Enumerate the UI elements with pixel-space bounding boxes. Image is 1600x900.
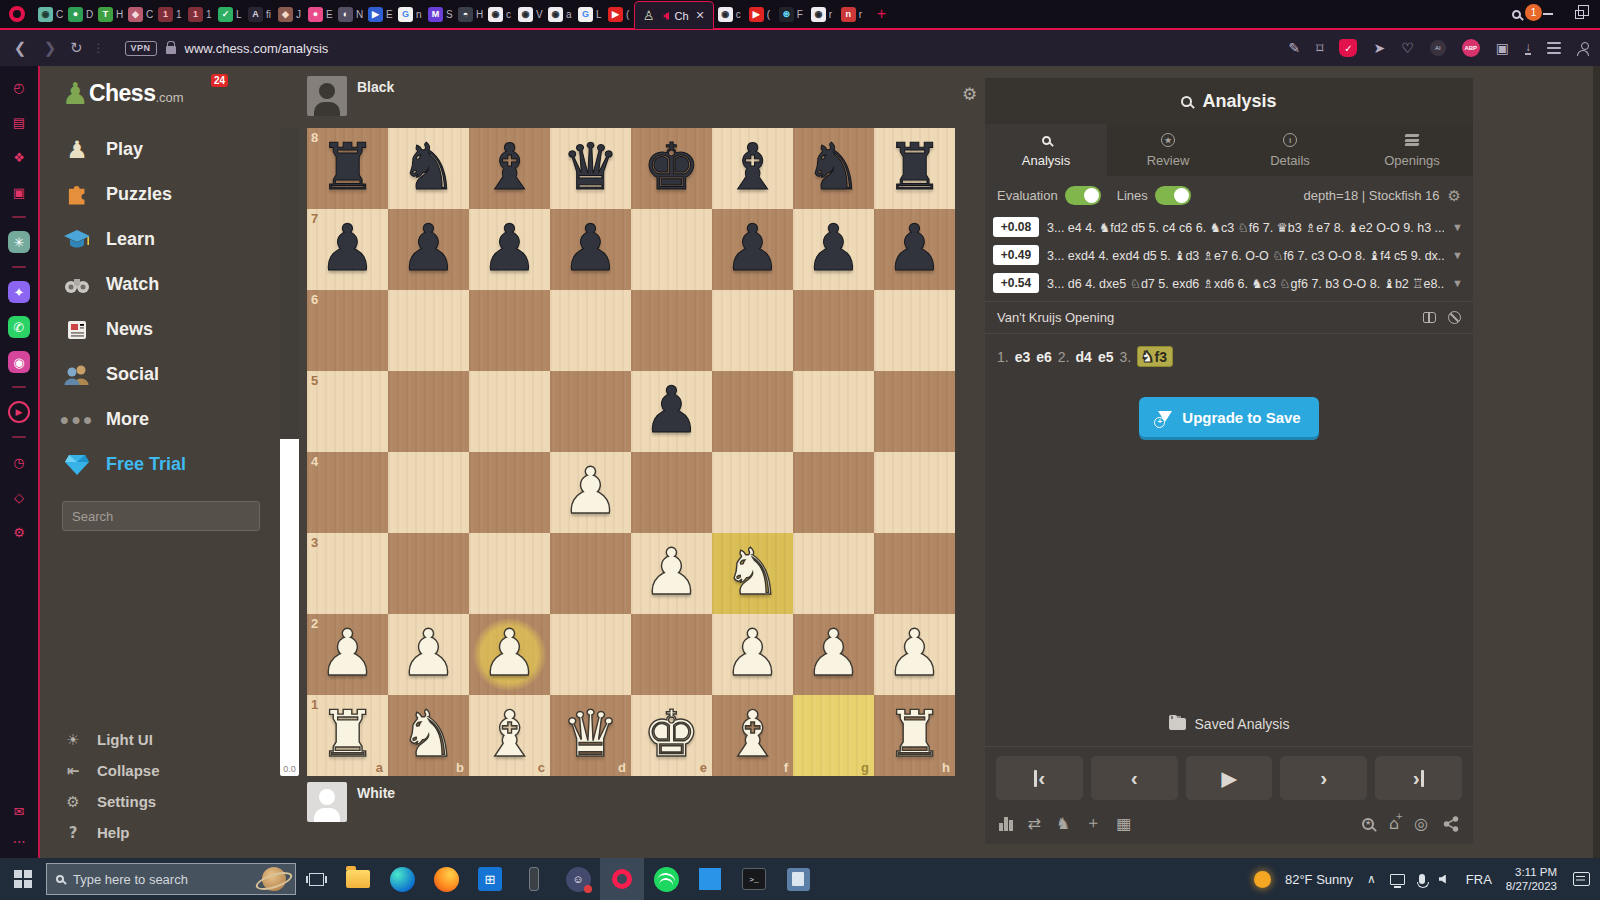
diamond-plus-icon: [1157, 411, 1173, 424]
square-b6[interactable]: [388, 290, 469, 371]
square-g7[interactable]: ♟: [793, 209, 874, 290]
white-pawn-e3[interactable]: ♟: [631, 533, 712, 614]
square-h6[interactable]: [874, 290, 955, 371]
sidebar-item-social[interactable]: Social: [62, 352, 280, 397]
taskbar-app-vscode[interactable]: [688, 858, 732, 900]
messenger-icon[interactable]: ✦: [8, 281, 30, 303]
tab-favicon: ◆: [278, 7, 293, 22]
square-c2[interactable]: ♟: [469, 614, 550, 695]
square-g3[interactable]: [793, 533, 874, 614]
history-clock-icon[interactable]: ◷: [8, 451, 30, 473]
black-king-e8[interactable]: ♚: [631, 128, 712, 209]
browser-tab[interactable]: GL: [574, 0, 604, 28]
opera-sidebar-rail: ◴▤❖▣✳✦✆◉▶◷◇⚙✉⋯: [0, 66, 40, 858]
expand-line-chevron-icon[interactable]: ▼: [1452, 277, 1465, 289]
black-pawn-b7[interactable]: ♟: [388, 209, 469, 290]
square-f3[interactable]: ♞: [712, 533, 793, 614]
volume-icon[interactable]: [1439, 875, 1446, 884]
square-g2[interactable]: ♟: [793, 614, 874, 695]
downloads-icon[interactable]: ↓: [1525, 42, 1531, 55]
url-text[interactable]: www.chess.com/analysis: [185, 41, 329, 56]
square-d5[interactable]: [550, 371, 631, 452]
tab-favicon: ●: [308, 7, 323, 22]
saved-analysis-label: Saved Analysis: [1195, 716, 1290, 732]
square-g4[interactable]: [793, 452, 874, 533]
browser-tab[interactable]: Afi: [244, 0, 274, 28]
panel-tabs: Analysis★ Reviewi Details Openings: [985, 124, 1473, 176]
rank-label: 6: [311, 292, 318, 307]
square-b3[interactable]: [388, 533, 469, 614]
watch-icon: [62, 275, 92, 295]
panel-tab-details[interactable]: i Details: [1229, 124, 1351, 176]
opening-library-icon[interactable]: ⌂: [1389, 814, 1399, 833]
square-h3[interactable]: [874, 533, 955, 614]
sidebar-search-input[interactable]: [62, 501, 260, 531]
add-icon[interactable]: ＋: [1085, 813, 1101, 834]
engine-line-moves[interactable]: 3... exd4 4. exd4 d5 5. ♝d3 ♗e7 6. O-O ♘…: [1047, 248, 1444, 263]
square-f4[interactable]: [712, 452, 793, 533]
pieces-setup-icon[interactable]: ♞: [1056, 814, 1070, 833]
square-c6[interactable]: [469, 290, 550, 371]
browser-tab[interactable]: ▶E: [364, 0, 394, 28]
white-pawn-d4[interactable]: ♟: [550, 452, 631, 533]
browser-tab[interactable]: ⊛F: [775, 0, 807, 28]
engine-settings-gear-icon[interactable]: ⚙: [1448, 187, 1461, 205]
abp-extension-icon[interactable]: ABP: [1462, 39, 1480, 57]
black-rook-a8[interactable]: ♜: [307, 128, 388, 209]
back-button[interactable]: ❮: [10, 39, 30, 57]
knight-figurine-icon: ♞: [1140, 349, 1154, 365]
engine-line-2[interactable]: +0.49 3... exd4 4. exd4 d5 5. ♝d3 ♗e7 6.…: [993, 243, 1465, 267]
taskbar-search-icon: [56, 875, 64, 883]
black-pawn-g7[interactable]: ♟: [793, 209, 874, 290]
opera-o-icon: [9, 6, 25, 22]
sidebar-footer-collapse[interactable]: ⇤ Collapse: [62, 755, 280, 786]
sidebar-footer-lightui[interactable]: ☀ Light UI: [62, 724, 280, 755]
evaluation-toggle-row: Evaluation: [997, 186, 1101, 205]
square-d4[interactable]: ♟: [550, 452, 631, 533]
move[interactable]: e6: [1036, 349, 1052, 365]
square-h4[interactable]: [874, 452, 955, 533]
black-pawn-e5[interactable]: ♟: [631, 371, 712, 452]
bookmark-heart-icon[interactable]: ♡: [1401, 40, 1414, 56]
current-move[interactable]: ♞ f3: [1137, 346, 1173, 367]
tab-favicon: ▶: [749, 7, 764, 22]
flow-send-icon[interactable]: ➤: [1373, 40, 1385, 56]
browser-tab[interactable]: ●D: [64, 0, 94, 28]
forward-button[interactable]: ❯: [40, 39, 60, 57]
black-pawn-a7[interactable]: ♟: [307, 209, 388, 290]
new-tab-button[interactable]: +: [867, 5, 896, 23]
profile-person-icon[interactable]: [1577, 42, 1590, 55]
square-f5[interactable]: [712, 371, 793, 452]
start-button[interactable]: [0, 858, 46, 900]
square-a5[interactable]: 5: [307, 371, 388, 452]
engine-eval-badge: +0.49: [993, 245, 1039, 265]
square-a6[interactable]: 6: [307, 290, 388, 371]
square-d7[interactable]: ♟: [550, 209, 631, 290]
square-c7[interactable]: ♟: [469, 209, 550, 290]
sidebar-item-learn[interactable]: Learn: [62, 217, 280, 262]
square-g1[interactable]: g: [793, 695, 874, 776]
square-f8[interactable]: ♝: [712, 128, 793, 209]
go-forward-button[interactable]: ›: [1280, 756, 1367, 800]
square-f6[interactable]: [712, 290, 793, 371]
rank-label: 7: [311, 211, 318, 226]
opening-book-icon[interactable]: [1423, 312, 1436, 323]
sidebar-item-trial[interactable]: Free Trial: [62, 442, 280, 487]
expand-line-chevron-icon[interactable]: ▼: [1452, 249, 1465, 261]
upgrade-label: Upgrade to Save: [1182, 409, 1300, 426]
game-explorer-icon[interactable]: [1362, 818, 1374, 830]
tray-expand-chevron[interactable]: ∧: [1367, 872, 1376, 886]
board-editor-icon[interactable]: ▦: [1116, 814, 1131, 833]
tab-favicon: ◉: [811, 7, 826, 22]
aria-ai-icon[interactable]: AI: [1430, 40, 1446, 56]
browser-tab[interactable]: ◉r: [807, 0, 837, 28]
square-a3[interactable]: 3: [307, 533, 388, 614]
microphone-icon[interactable]: [1419, 874, 1425, 884]
panel-bottom-icons: ⇄ ♞ ＋ ▦ ⌂ ◎: [985, 809, 1473, 844]
browser-tab[interactable]: ◓H: [454, 0, 484, 28]
black-rook-h8[interactable]: ♜: [874, 128, 955, 209]
black-pawn-d7[interactable]: ♟: [550, 209, 631, 290]
browser-tab[interactable]: ◉V: [514, 0, 544, 28]
square-b5[interactable]: [388, 371, 469, 452]
taskbar-app-store[interactable]: ⊞: [468, 858, 512, 900]
board-settings-gear-icon[interactable]: ⚙: [962, 84, 977, 104]
engine-line-1[interactable]: +0.08 3... e4 4. ♞fd2 d5 5. c4 c6 6. ♞c3…: [993, 215, 1465, 239]
address-bar[interactable]: VPN www.chess.com/analysis: [115, 35, 1279, 61]
footer-item-label: Collapse: [97, 762, 160, 779]
collapse-icon: ⇤: [62, 762, 84, 780]
taskbar-app-edge[interactable]: [380, 858, 424, 900]
taskbar-app-firefox[interactable]: [424, 858, 468, 900]
square-b1[interactable]: b♞: [388, 695, 469, 776]
browser-tab[interactable]: ●E: [304, 0, 334, 28]
square-e2[interactable]: [631, 614, 712, 695]
tab-favicon: 1: [188, 7, 203, 22]
square-c8[interactable]: ♝: [469, 128, 550, 209]
sidebar-item-watch[interactable]: Watch: [62, 262, 280, 307]
logo-pawn-icon: ♟: [62, 81, 89, 107]
panel-tab-openings[interactable]: Openings: [1351, 124, 1473, 176]
more-dots-icon[interactable]: ⋯: [8, 830, 30, 852]
engine-line-3[interactable]: +0.54 3... d6 4. dxe5 ♘d7 5. exd6 ♗xd6 6…: [993, 271, 1465, 295]
taskbar-search-box[interactable]: Type here to search: [46, 863, 296, 895]
taskbar-app-explorer[interactable]: [336, 858, 380, 900]
square-g8[interactable]: ♞: [793, 128, 874, 209]
square-b4[interactable]: [388, 452, 469, 533]
extension-box-icon[interactable]: ▣: [1496, 40, 1509, 56]
engine-line-moves[interactable]: 3... e4 4. ♞fd2 d5 5. c4 c6 6. ♞c3 ♘f6 7…: [1047, 220, 1444, 235]
go-first-button[interactable]: ‹: [996, 756, 1083, 800]
taskbar-apps: ⊞☺>_: [336, 858, 820, 900]
browser-tab[interactable]: MS: [424, 0, 454, 28]
sidebar-item-more[interactable]: ●●● More: [62, 397, 280, 442]
evaluation-bar-white: [280, 439, 299, 776]
bing-saturn-icon[interactable]: [262, 867, 286, 891]
rank-label: 4: [311, 454, 318, 469]
minimize-button[interactable]: [1543, 13, 1553, 15]
mail-panel-icon[interactable]: ✉: [8, 800, 30, 822]
white-pawn-c2[interactable]: ♟: [469, 614, 550, 695]
go-last-button[interactable]: ›: [1375, 756, 1462, 800]
pinboard-icon[interactable]: ✎: [1289, 40, 1301, 56]
adblock-shield-icon[interactable]: ✓: [1339, 39, 1357, 57]
opening-name[interactable]: Van't Kruijs Opening: [997, 310, 1114, 325]
active-tab-chess[interactable]: ♙ Ch ✕: [634, 1, 714, 29]
tab-favicon: ◉: [518, 7, 533, 22]
tab-favicon: ◉: [38, 7, 53, 22]
sidebar-footer: ☀ Light UI⇤ Collapse⚙ Settings? Help: [62, 724, 280, 848]
browser-tab[interactable]: ◐N: [334, 0, 364, 28]
browser-tab[interactable]: ◉c: [484, 0, 514, 28]
play-circle-icon[interactable]: ▶: [8, 401, 30, 423]
black-bishop-c8[interactable]: ♝: [469, 128, 550, 209]
file-label: g: [861, 760, 869, 775]
flip-board-icon[interactable]: ⇄: [1028, 814, 1041, 833]
taskbar-app-spotify[interactable]: [644, 858, 688, 900]
restore-button[interactable]: [1575, 10, 1584, 19]
black-player-name: Black: [357, 79, 394, 95]
whatsapp-icon[interactable]: ✆: [8, 316, 30, 338]
black-pawn-h7[interactable]: ♟: [874, 209, 955, 290]
extensions-box-icon[interactable]: ◇: [8, 486, 30, 508]
black-pawn-f7[interactable]: ♟: [712, 209, 793, 290]
browser-tab[interactable]: ◉a: [544, 0, 574, 28]
taskbar-app-terminal[interactable]: >_: [732, 858, 776, 900]
square-d3[interactable]: [550, 533, 631, 614]
file-label: c: [538, 760, 545, 775]
browser-tab[interactable]: 11: [184, 0, 214, 28]
task-view-button[interactable]: [296, 873, 336, 886]
network-monitor-icon[interactable]: [1390, 874, 1405, 885]
settings-icon: ⚙: [62, 793, 84, 811]
speed-dial-icon[interactable]: ◴: [8, 76, 30, 98]
square-c1[interactable]: c♝: [469, 695, 550, 776]
lock-icon[interactable]: [166, 46, 176, 54]
square-g5[interactable]: [793, 371, 874, 452]
square-h5[interactable]: [874, 371, 955, 452]
square-d8[interactable]: ♛: [550, 128, 631, 209]
browser-tab[interactable]: nr: [837, 0, 867, 28]
sidebar-item-news[interactable]: News: [62, 307, 280, 352]
square-d6[interactable]: [550, 290, 631, 371]
opera-logo[interactable]: [0, 6, 34, 22]
tab-favicon: A: [248, 7, 263, 22]
square-b8[interactable]: ♞: [388, 128, 469, 209]
browser-tab[interactable]: ◉c: [714, 0, 745, 28]
square-d1[interactable]: d♛: [550, 695, 631, 776]
white-bishop-f1[interactable]: ♝: [712, 695, 793, 776]
weather-sun-icon[interactable]: [1254, 871, 1271, 888]
taskbar-app-bottle[interactable]: [512, 858, 556, 900]
details-tab-icon: i: [1283, 132, 1297, 148]
browser-search-icon[interactable]: [1512, 10, 1521, 19]
tab-favicon: n: [841, 7, 856, 22]
move-number: 3.: [1119, 349, 1131, 365]
browser-toolbar: ❮ ❯ ↻ ⋮ VPN www.chess.com/analysis ✎ ⌑ ✓…: [0, 30, 1600, 66]
square-e5[interactable]: ♟: [631, 371, 712, 452]
browser-tab[interactable]: TH: [94, 0, 124, 28]
black-knight-g8[interactable]: ♞: [793, 128, 874, 209]
move[interactable]: d4: [1076, 349, 1092, 365]
toolbar-extensions: ✎ ⌑ ✓ ➤ ♡ AI ABP ▣ ↓: [1289, 39, 1590, 57]
sidebar-item-puzzles[interactable]: Puzzles: [62, 172, 280, 217]
square-a7[interactable]: 7♟: [307, 209, 388, 290]
square-h7[interactable]: ♟: [874, 209, 955, 290]
panel-tab-review[interactable]: ★ Review: [1107, 124, 1229, 176]
chesscom-logo[interactable]: ♟ Chess .com 24: [62, 80, 212, 107]
tab-audio-icon[interactable]: [659, 12, 669, 20]
white-pawn-h2[interactable]: ♟: [874, 614, 955, 695]
share-icon[interactable]: [1443, 816, 1459, 832]
tab-close-icon[interactable]: ✕: [696, 9, 705, 22]
browser-tab[interactable]: ✓L: [214, 0, 244, 28]
square-a1[interactable]: 1a♜: [307, 695, 388, 776]
opening-icons: [1423, 311, 1461, 324]
square-b2[interactable]: ♟: [388, 614, 469, 695]
black-pawn-c7[interactable]: ♟: [469, 209, 550, 290]
keyboard-language[interactable]: FRA: [1466, 872, 1492, 887]
black-queen-d8[interactable]: ♛: [550, 128, 631, 209]
logo-suffix: .com: [155, 90, 183, 107]
taskbar-app-discord[interactable]: ☺: [556, 858, 600, 900]
square-f7[interactable]: ♟: [712, 209, 793, 290]
chatgpt-icon[interactable]: ✳: [8, 231, 30, 253]
square-e4[interactable]: [631, 452, 712, 533]
notification-center-icon[interactable]: [1573, 872, 1590, 886]
square-a4[interactable]: 4: [307, 452, 388, 533]
engine-line-moves[interactable]: 3... d6 4. dxe5 ♘d7 5. exd6 ♗xd6 6. ♞c3 …: [1047, 276, 1444, 291]
twitch-icon[interactable]: ❖: [8, 146, 30, 168]
upgrade-to-save-button[interactable]: Upgrade to Save: [1139, 397, 1318, 437]
tab-favicon: ◐: [338, 7, 353, 22]
panel-tab-label: Analysis: [1022, 153, 1070, 168]
reload-button[interactable]: ↻: [70, 39, 83, 57]
black-avatar[interactable]: [307, 76, 347, 116]
white-pawn-a2[interactable]: ♟: [307, 614, 388, 695]
file-label: h: [942, 760, 950, 775]
browser-tab[interactable]: ▶(: [745, 0, 775, 28]
task-view-icon: [309, 873, 324, 886]
black-knight-b8[interactable]: ♞: [388, 128, 469, 209]
square-h8[interactable]: ♜: [874, 128, 955, 209]
play-icon: ♟: [62, 136, 92, 164]
browser-tab[interactable]: ◉C: [34, 0, 64, 28]
expand-line-chevron-icon[interactable]: ▼: [1452, 221, 1465, 233]
profile-notification-badge[interactable]: 1: [1525, 4, 1542, 21]
vpn-badge[interactable]: VPN: [125, 41, 157, 56]
puzzles-icon: [62, 182, 92, 208]
browser-tab[interactable]: ◈C: [124, 0, 154, 28]
sidebar-item-label: Watch: [106, 274, 159, 295]
panel-toggle-row: Evaluation Lines depth=18 | Stockfish 16…: [985, 176, 1473, 213]
square-e1[interactable]: e♚: [631, 695, 712, 776]
sidebar-footer-help[interactable]: ? Help: [62, 817, 280, 848]
sidebar-item-label: Social: [106, 364, 159, 385]
engine-eval-badge: +0.08: [993, 217, 1039, 237]
instagram-icon[interactable]: ◉: [8, 351, 30, 373]
square-f1[interactable]: f♝: [712, 695, 793, 776]
go-back-button[interactable]: ‹: [1091, 756, 1178, 800]
square-g6[interactable]: [793, 290, 874, 371]
snapshot-camera-icon[interactable]: ⌑: [1316, 40, 1323, 56]
social-icon: [62, 364, 92, 386]
sidebar-setup-icon[interactable]: [1547, 42, 1561, 54]
taskbar-app-docs[interactable]: [776, 858, 820, 900]
square-f2[interactable]: ♟: [712, 614, 793, 695]
white-knight-f3[interactable]: ♞: [712, 533, 793, 614]
lines-toggle[interactable]: [1155, 186, 1191, 205]
move[interactable]: e3: [1015, 349, 1031, 365]
browser-tab[interactable]: ▶(: [604, 0, 634, 28]
taskbar-clock[interactable]: 3:11 PM 8/27/2023: [1506, 865, 1557, 894]
window-controls: [1496, 10, 1600, 19]
square-e7[interactable]: [631, 209, 712, 290]
white-avatar[interactable]: [307, 782, 347, 822]
cleaner-icon[interactable]: ▤: [8, 111, 30, 133]
white-pawn-g2[interactable]: ♟: [793, 614, 874, 695]
tab-favicon: T: [98, 7, 113, 22]
file-label: b: [456, 760, 464, 775]
square-c5[interactable]: [469, 371, 550, 452]
browser-tab[interactable]: Gn: [394, 0, 424, 28]
saved-analysis-button[interactable]: Saved Analysis: [985, 706, 1473, 746]
player-row-black: Black: [307, 76, 394, 116]
square-h2[interactable]: ♟: [874, 614, 955, 695]
sidebar-footer-settings[interactable]: ⚙ Settings: [62, 786, 280, 817]
evaluation-toggle[interactable]: [1065, 186, 1101, 205]
square-b7[interactable]: ♟: [388, 209, 469, 290]
square-e3[interactable]: ♟: [631, 533, 712, 614]
panel-tab-analysis[interactable]: Analysis: [985, 124, 1107, 176]
sidebar-item-play[interactable]: ♟ Play: [62, 127, 280, 172]
white-pawn-f2[interactable]: ♟: [712, 614, 793, 695]
move[interactable]: e5: [1098, 349, 1114, 365]
logo-text: Chess: [89, 80, 156, 107]
browser-tab[interactable]: ◆J: [274, 0, 304, 28]
rank-label: 8: [311, 130, 318, 145]
square-e6[interactable]: [631, 290, 712, 371]
black-bishop-f8[interactable]: ♝: [712, 128, 793, 209]
gx-control-icon[interactable]: ▣: [8, 181, 30, 203]
chess-board[interactable]: 8♜♞♝♛♚♝♞♜7♟♟♟♟♟♟♟65♟4♟3♟♞2♟♟♟♟♟♟1a♜b♞c♝d…: [307, 128, 955, 776]
square-c3[interactable]: [469, 533, 550, 614]
desktop: ◉C●DTH◈C1111✓LAfi◆J●E◐N▶EGnMS◓H◉c◉V◉aGL▶…: [0, 0, 1600, 900]
white-pawn-b2[interactable]: ♟: [388, 614, 469, 695]
opening-explorer-icon[interactable]: [1448, 311, 1461, 324]
analysis-magnifier-icon: [1181, 96, 1192, 107]
engine-eval-badge: +0.54: [993, 273, 1039, 293]
square-d2[interactable]: [550, 614, 631, 695]
square-c4[interactable]: [469, 452, 550, 533]
engine-status-row: depth=18 | Stockfish 16 ⚙: [1304, 187, 1461, 205]
square-a2[interactable]: 2♟: [307, 614, 388, 695]
browser-tab[interactable]: 11: [154, 0, 184, 28]
square-a8[interactable]: 8♜: [307, 128, 388, 209]
autoplay-button[interactable]: ▶: [1186, 756, 1273, 800]
square-e8[interactable]: ♚: [631, 128, 712, 209]
square-h1[interactable]: h♜: [874, 695, 955, 776]
weather-text[interactable]: 82°F Sunny: [1285, 872, 1353, 887]
eval-chart-icon[interactable]: [999, 817, 1013, 831]
taskbar-app-operagx[interactable]: [600, 858, 644, 900]
current-move-label: f3: [1154, 349, 1166, 365]
practice-target-icon[interactable]: ◎: [1414, 814, 1428, 833]
settings-gear-icon[interactable]: ⚙: [8, 521, 30, 543]
